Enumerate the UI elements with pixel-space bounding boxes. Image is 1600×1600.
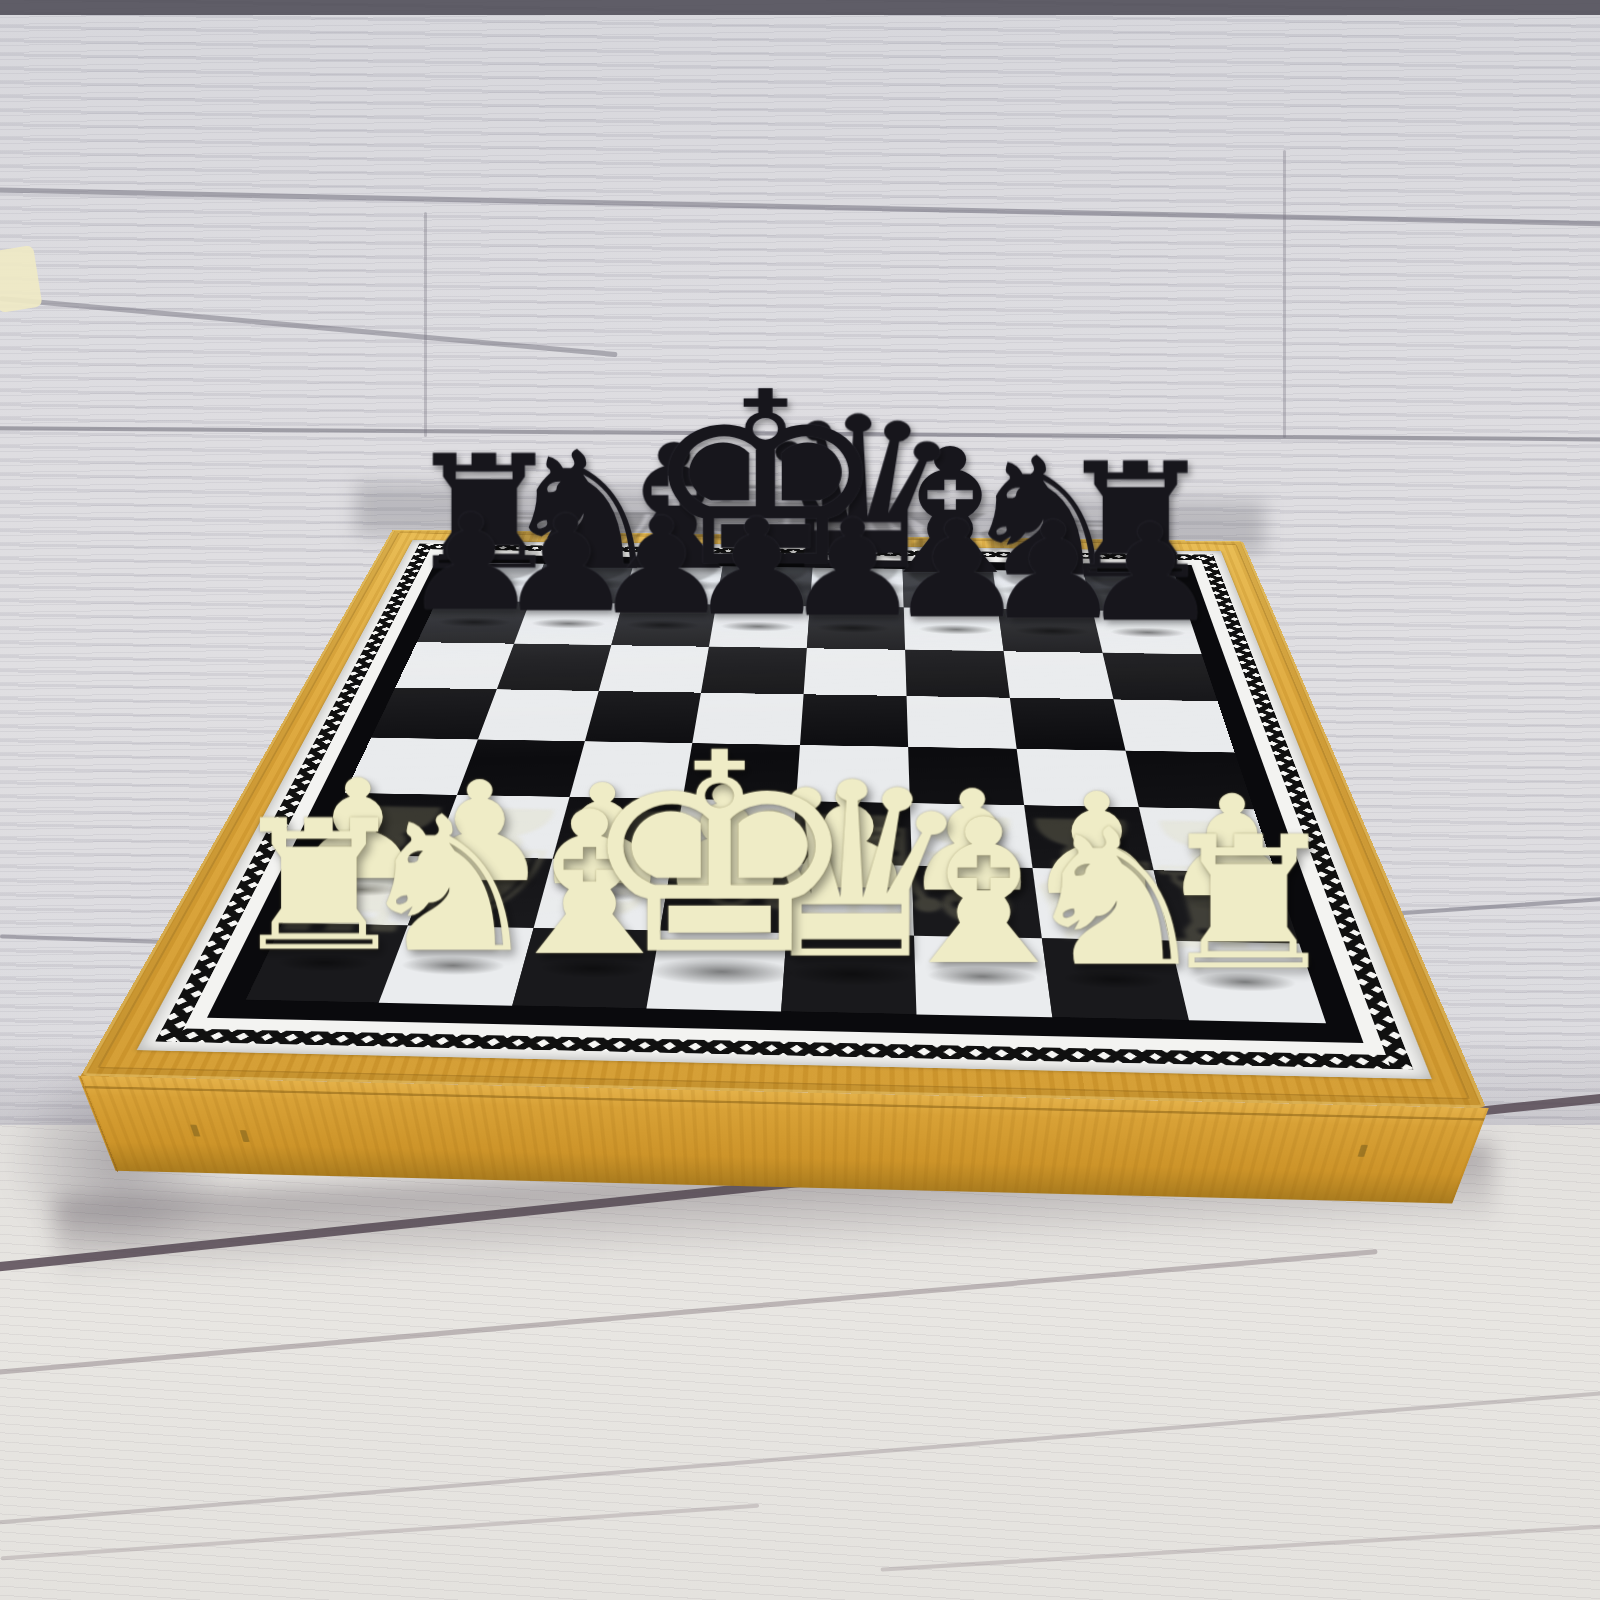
square-c6[interactable] xyxy=(599,645,709,692)
black-border-band: ♜♜♞♞♝♝♚♚♛♛♝♝♞♞♜♜♟♟♟♟♟♟♟♟♟♟♟♟♟♟♟♟♟♟♟♟♟♟♟♟… xyxy=(207,554,1364,1043)
wall-plank-seam xyxy=(0,187,1600,228)
photo-of-chess-set: ♜♜♞♞♝♝♚♚♛♛♝♝♞♞♜♜♟♟♟♟♟♟♟♟♟♟♟♟♟♟♟♟♟♟♟♟♟♟♟♟… xyxy=(0,0,1600,1600)
board-surface: ♜♜♞♞♝♝♚♚♛♛♝♝♞♞♜♜♟♟♟♟♟♟♟♟♟♟♟♟♟♟♟♟♟♟♟♟♟♟♟♟… xyxy=(137,540,1432,1079)
white-rook-h1[interactable]: ♜ xyxy=(1153,813,1344,996)
square-h1[interactable]: ♜♜ xyxy=(1170,941,1326,1023)
chess-box: ♜♜♞♞♝♝♚♚♛♛♝♝♞♞♜♜♟♟♟♟♟♟♟♟♟♟♟♟♟♟♟♟♟♟♟♟♟♟♟♟… xyxy=(81,530,1487,1108)
white-king-d1[interactable]: ♚ xyxy=(576,717,864,993)
diamond-trim-bottom xyxy=(155,1028,1413,1070)
black-pawn-h7[interactable]: ♟ xyxy=(1080,505,1221,640)
chess-board-scene: ♜♜♞♞♝♝♚♚♛♛♝♝♞♞♜♜♟♟♟♟♟♟♟♟♟♟♟♟♟♟♟♟♟♟♟♟♟♟♟♟… xyxy=(270,289,1330,1201)
square-h6[interactable] xyxy=(1103,653,1218,701)
square-b6[interactable] xyxy=(497,644,611,691)
chess-board-grid: ♜♜♞♞♝♝♚♚♛♛♝♝♞♞♜♜♟♟♟♟♟♟♟♟♟♟♟♟♟♟♟♟♟♟♟♟♟♟♟♟… xyxy=(246,563,1326,1024)
square-h5[interactable] xyxy=(1113,699,1234,752)
square-a6[interactable] xyxy=(395,642,514,689)
wooden-frame: ♜♜♞♞♝♝♚♚♛♛♝♝♞♞♜♜♟♟♟♟♟♟♟♟♟♟♟♟♟♟♟♟♟♟♟♟♟♟♟♟… xyxy=(81,530,1487,1108)
square-g6[interactable] xyxy=(1004,651,1114,699)
square-d6[interactable] xyxy=(701,647,807,695)
dovetail-joint-mark xyxy=(1357,1145,1367,1157)
square-d1[interactable]: ♚♚ xyxy=(646,930,786,1011)
square-h7[interactable]: ♟♟ xyxy=(1093,610,1202,654)
floor-plank-seam xyxy=(0,1388,1600,1525)
dovetail-joint-mark xyxy=(239,1130,249,1142)
pale-tag-on-wall xyxy=(0,245,43,313)
floor-plank-seam xyxy=(881,1522,1600,1571)
square-f6[interactable] xyxy=(905,650,1010,698)
square-a5[interactable] xyxy=(371,688,497,740)
wall-top-gap xyxy=(0,0,1600,15)
square-g5[interactable] xyxy=(1010,698,1126,751)
square-e6[interactable] xyxy=(804,648,907,696)
dovetail-joint-mark xyxy=(191,1125,201,1137)
